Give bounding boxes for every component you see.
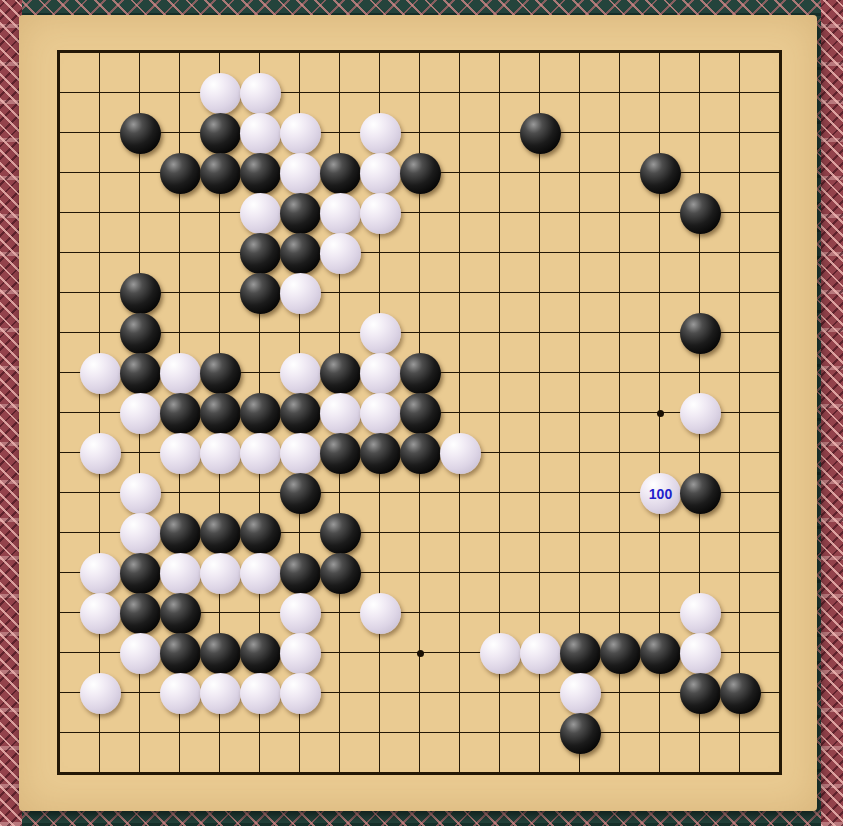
- white-stone: [120, 473, 161, 514]
- black-stone: [400, 353, 441, 394]
- black-stone: [680, 473, 721, 514]
- white-stone: [160, 553, 201, 594]
- white-stone: [680, 393, 721, 434]
- white-stone: [160, 673, 201, 714]
- black-stone: [600, 633, 641, 674]
- white-stone: [280, 633, 321, 674]
- black-stone: [160, 513, 201, 554]
- white-stone: [160, 433, 201, 474]
- white-stone: [280, 153, 321, 194]
- white-stone: [280, 113, 321, 154]
- board-grid[interactable]: 100: [57, 50, 782, 775]
- black-stone: [200, 113, 241, 154]
- black-stone: [160, 633, 201, 674]
- black-stone: [400, 153, 441, 194]
- white-stone: [280, 353, 321, 394]
- white-stone: [240, 553, 281, 594]
- black-stone: [280, 473, 321, 514]
- black-stone: [160, 593, 201, 634]
- black-stone: [200, 153, 241, 194]
- black-stone: [120, 553, 161, 594]
- black-stone: [680, 673, 721, 714]
- white-stone: [240, 673, 281, 714]
- black-stone: [160, 393, 201, 434]
- white-stone: [280, 273, 321, 314]
- white-stone: [200, 553, 241, 594]
- black-stone: [200, 353, 241, 394]
- black-stone: [120, 313, 161, 354]
- black-stone: [720, 673, 761, 714]
- black-stone: [320, 353, 361, 394]
- white-stone: [320, 233, 361, 274]
- black-stone: [400, 433, 441, 474]
- white-stone: [80, 433, 121, 474]
- black-stone: [320, 553, 361, 594]
- white-stone: [360, 353, 401, 394]
- white-stone: [160, 353, 201, 394]
- black-stone: [520, 113, 561, 154]
- black-stone: [680, 313, 721, 354]
- white-stone: [680, 633, 721, 674]
- white-stone: [280, 433, 321, 474]
- white-stone: [80, 553, 121, 594]
- black-stone: [560, 713, 601, 754]
- black-stone: [240, 153, 281, 194]
- black-stone: [400, 393, 441, 434]
- black-stone: [280, 553, 321, 594]
- black-stone: [680, 193, 721, 234]
- black-stone: [200, 513, 241, 554]
- black-stone: [200, 633, 241, 674]
- last-move-stone: 100: [640, 473, 681, 514]
- black-stone: [640, 633, 681, 674]
- white-stone: [80, 353, 121, 394]
- black-stone: [240, 393, 281, 434]
- star-point: [417, 650, 424, 657]
- black-stone: [360, 433, 401, 474]
- white-stone: [200, 433, 241, 474]
- black-stone: [280, 233, 321, 274]
- white-stone: [320, 393, 361, 434]
- go-board: 100: [19, 15, 817, 811]
- black-stone: [240, 633, 281, 674]
- game-window: { "game": "go", "board_size": 19, "posit…: [0, 0, 843, 826]
- white-stone: [360, 113, 401, 154]
- white-stone: [240, 433, 281, 474]
- white-stone: [360, 313, 401, 354]
- white-stone: [80, 593, 121, 634]
- black-stone: [320, 153, 361, 194]
- white-stone: [680, 593, 721, 634]
- white-stone: [360, 193, 401, 234]
- black-stone: [240, 513, 281, 554]
- white-stone: [280, 673, 321, 714]
- black-stone: [280, 393, 321, 434]
- tapestry-right-strip: [821, 0, 843, 826]
- move-number-label: 100: [649, 487, 672, 501]
- white-stone: [360, 153, 401, 194]
- white-stone: [360, 393, 401, 434]
- white-stone: [480, 633, 521, 674]
- white-stone: [80, 673, 121, 714]
- white-stone: [120, 513, 161, 554]
- white-stone: [320, 193, 361, 234]
- white-stone: [560, 673, 601, 714]
- black-stone: [240, 273, 281, 314]
- black-stone: [560, 633, 601, 674]
- black-stone: [240, 233, 281, 274]
- star-point: [657, 410, 664, 417]
- white-stone: [200, 73, 241, 114]
- white-stone: [360, 593, 401, 634]
- black-stone: [640, 153, 681, 194]
- white-stone: [240, 73, 281, 114]
- white-stone: [240, 193, 281, 234]
- black-stone: [120, 113, 161, 154]
- black-stone: [120, 273, 161, 314]
- white-stone: [120, 393, 161, 434]
- white-stone: [520, 633, 561, 674]
- black-stone: [120, 593, 161, 634]
- white-stone: [120, 633, 161, 674]
- black-stone: [160, 153, 201, 194]
- white-stone: [280, 593, 321, 634]
- black-stone: [200, 393, 241, 434]
- white-stone: [240, 113, 281, 154]
- black-stone: [320, 433, 361, 474]
- black-stone: [320, 513, 361, 554]
- black-stone: [280, 193, 321, 234]
- white-stone: [440, 433, 481, 474]
- white-stone: [200, 673, 241, 714]
- black-stone: [120, 353, 161, 394]
